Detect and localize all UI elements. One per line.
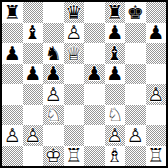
square-a4[interactable] (2, 84, 23, 105)
piece-outline-layer: ♗ (105, 146, 126, 167)
square-h8[interactable] (146, 2, 167, 23)
square-h7[interactable]: ♟♟ (146, 23, 167, 44)
piece-white-pawn: ♟♙ (146, 84, 167, 105)
piece-black-pawn: ♟♟ (23, 64, 44, 85)
square-g7[interactable] (125, 23, 146, 44)
piece-black-pawn: ♟♟ (146, 23, 167, 44)
piece-white-rook: ♜♖ (146, 146, 167, 167)
piece-white-king: ♚♔ (43, 146, 64, 167)
square-d1[interactable]: ♜♖ (64, 146, 85, 167)
square-h3[interactable] (146, 105, 167, 126)
piece-outline-layer: ♜ (2, 2, 23, 23)
piece-white-pawn: ♟♙ (43, 84, 64, 105)
piece-black-pawn: ♟♟ (105, 64, 126, 85)
square-e3[interactable] (84, 105, 105, 126)
square-d6[interactable]: ♛♕ (64, 43, 85, 64)
square-b2[interactable]: ♟♙ (23, 125, 44, 146)
square-c8[interactable] (43, 2, 64, 23)
square-a5[interactable] (2, 64, 23, 85)
piece-black-rook: ♜♜ (105, 2, 126, 23)
square-d4[interactable] (64, 84, 85, 105)
square-b5[interactable]: ♟♟ (23, 64, 44, 85)
square-c1[interactable]: ♚♔ (43, 146, 64, 167)
square-e5[interactable]: ♟♟ (84, 64, 105, 85)
square-h6[interactable] (146, 43, 167, 64)
square-a3[interactable] (2, 105, 23, 126)
square-f1[interactable]: ♝♗ (105, 146, 126, 167)
square-g4[interactable] (125, 84, 146, 105)
piece-black-pawn: ♟♟ (2, 43, 23, 64)
piece-outline-layer: ♖ (146, 146, 167, 167)
square-c4[interactable]: ♟♙ (43, 84, 64, 105)
square-d8[interactable]: ♛♛ (64, 2, 85, 23)
piece-white-bishop: ♝♗ (105, 146, 126, 167)
square-g2[interactable]: ♟♙ (125, 125, 146, 146)
piece-outline-layer: ♝ (105, 43, 126, 64)
piece-outline-layer: ♜ (105, 2, 126, 23)
piece-outline-layer: ♙ (2, 125, 23, 146)
square-b3[interactable] (23, 105, 44, 126)
square-d2[interactable] (64, 125, 85, 146)
piece-outline-layer: ♙ (43, 84, 64, 105)
square-h2[interactable] (146, 125, 167, 146)
piece-black-knight: ♞♞ (43, 43, 64, 64)
square-h1[interactable]: ♜♖ (146, 146, 167, 167)
square-f5[interactable]: ♟♟ (105, 64, 126, 85)
square-h4[interactable]: ♟♙ (146, 84, 167, 105)
piece-outline-layer: ♕ (64, 43, 85, 64)
square-f7[interactable]: ♟♟ (105, 23, 126, 44)
square-c5[interactable]: ♟♟ (43, 64, 64, 85)
piece-black-bishop: ♝♝ (23, 23, 44, 44)
piece-outline-layer: ♟ (2, 43, 23, 64)
square-f3[interactable]: ♞♘ (105, 105, 126, 126)
piece-outline-layer: ♙ (23, 125, 44, 146)
piece-white-knight: ♞♘ (43, 105, 64, 126)
square-f8[interactable]: ♜♜ (105, 2, 126, 23)
piece-white-pawn: ♟♙ (2, 125, 23, 146)
square-f2[interactable]: ♟♙ (105, 125, 126, 146)
square-a8[interactable]: ♜♜ (2, 2, 23, 23)
piece-outline-layer: ♟ (105, 23, 126, 44)
square-e2[interactable] (84, 125, 105, 146)
square-a6[interactable]: ♟♟ (2, 43, 23, 64)
square-e1[interactable] (84, 146, 105, 167)
piece-outline-layer: ♛ (64, 2, 85, 23)
square-f4[interactable] (105, 84, 126, 105)
square-e4[interactable] (84, 84, 105, 105)
piece-outline-layer: ♟ (84, 64, 105, 85)
piece-black-pawn: ♟♟ (43, 64, 64, 85)
square-c3[interactable]: ♞♘ (43, 105, 64, 126)
square-e8[interactable] (84, 2, 105, 23)
piece-outline-layer: ♙ (146, 84, 167, 105)
piece-outline-layer: ♟ (43, 64, 64, 85)
piece-black-queen: ♛♛ (64, 2, 85, 23)
square-b6[interactable] (23, 43, 44, 64)
square-g1[interactable] (125, 146, 146, 167)
piece-outline-layer: ♔ (43, 146, 64, 167)
piece-outline-layer: ♞ (43, 43, 64, 64)
square-c2[interactable] (43, 125, 64, 146)
square-b8[interactable] (23, 2, 44, 23)
piece-outline-layer: ♙ (105, 125, 126, 146)
square-d3[interactable] (64, 105, 85, 126)
square-a2[interactable]: ♟♙ (2, 125, 23, 146)
piece-black-bishop: ♝♝ (105, 43, 126, 64)
square-e6[interactable] (84, 43, 105, 64)
square-d7[interactable]: ♟♙ (64, 23, 85, 44)
piece-white-pawn: ♟♙ (125, 125, 146, 146)
square-d5[interactable] (64, 64, 85, 85)
piece-outline-layer: ♖ (64, 146, 85, 167)
piece-black-pawn: ♟♟ (84, 64, 105, 85)
piece-outline-layer: ♘ (105, 105, 126, 126)
square-b7[interactable]: ♝♝ (23, 23, 44, 44)
piece-black-king: ♚♚ (125, 2, 146, 23)
square-f6[interactable]: ♝♝ (105, 43, 126, 64)
square-g3[interactable] (125, 105, 146, 126)
piece-white-pawn: ♟♙ (105, 125, 126, 146)
piece-white-pawn: ♟♙ (23, 125, 44, 146)
piece-outline-layer: ♙ (125, 125, 146, 146)
square-b1[interactable] (23, 146, 44, 167)
piece-outline-layer: ♝ (23, 23, 44, 44)
piece-white-rook: ♜♖ (64, 146, 85, 167)
square-g5[interactable] (125, 64, 146, 85)
square-c7[interactable] (43, 23, 64, 44)
piece-outline-layer: ♚ (125, 2, 146, 23)
square-b4[interactable] (23, 84, 44, 105)
piece-outline-layer: ♟ (146, 23, 167, 44)
piece-black-pawn: ♟♟ (105, 23, 126, 44)
piece-white-queen: ♛♕ (64, 43, 85, 64)
piece-black-rook: ♜♜ (2, 2, 23, 23)
piece-outline-layer: ♘ (43, 105, 64, 126)
piece-outline-layer: ♙ (64, 23, 85, 44)
piece-outline-layer: ♟ (23, 64, 44, 85)
square-a7[interactable] (2, 23, 23, 44)
piece-white-pawn: ♟♙ (64, 23, 85, 44)
square-g6[interactable] (125, 43, 146, 64)
square-c6[interactable]: ♞♞ (43, 43, 64, 64)
chess-board: ♜♜♛♛♜♜♚♚♝♝♟♙♟♟♟♟♟♟♞♞♛♕♝♝♟♟♟♟♟♟♟♟♟♙♟♙♞♘♞♘… (2, 2, 166, 166)
piece-outline-layer: ♟ (105, 64, 126, 85)
square-g8[interactable]: ♚♚ (125, 2, 146, 23)
piece-white-knight: ♞♘ (105, 105, 126, 126)
square-e7[interactable] (84, 23, 105, 44)
chess-board-border: ♜♜♛♛♜♜♚♚♝♝♟♙♟♟♟♟♟♟♞♞♛♕♝♝♟♟♟♟♟♟♟♟♟♙♟♙♞♘♞♘… (0, 0, 168, 168)
square-h5[interactable] (146, 64, 167, 85)
square-a1[interactable] (2, 146, 23, 167)
